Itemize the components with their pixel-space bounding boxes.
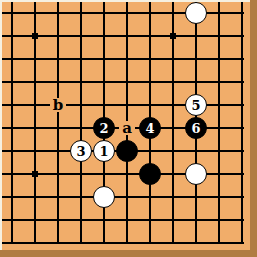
intersection bbox=[93, 48, 116, 71]
intersection bbox=[116, 186, 139, 209]
intersection bbox=[162, 71, 185, 94]
point-label-a: a bbox=[119, 121, 135, 135]
star-point bbox=[32, 33, 38, 39]
intersection bbox=[47, 48, 70, 71]
intersection bbox=[70, 209, 93, 232]
intersection bbox=[116, 163, 139, 186]
intersection bbox=[47, 25, 70, 48]
intersection: 2 bbox=[93, 117, 116, 140]
black-stone bbox=[116, 140, 138, 162]
intersection bbox=[208, 48, 231, 71]
intersection bbox=[185, 71, 208, 94]
intersection bbox=[70, 163, 93, 186]
intersection bbox=[70, 2, 93, 25]
intersection bbox=[208, 163, 231, 186]
intersection bbox=[208, 25, 231, 48]
star-point bbox=[32, 171, 38, 177]
intersection bbox=[162, 117, 185, 140]
intersection bbox=[185, 186, 208, 209]
intersection bbox=[93, 209, 116, 232]
intersection bbox=[208, 71, 231, 94]
intersection bbox=[70, 71, 93, 94]
intersection bbox=[93, 94, 116, 117]
intersection bbox=[116, 94, 139, 117]
intersection: 6 bbox=[185, 117, 208, 140]
frame-left bbox=[0, 0, 2, 257]
intersection bbox=[47, 2, 70, 25]
intersection bbox=[93, 186, 116, 209]
intersection bbox=[208, 94, 231, 117]
white-stone-move-1: 1 bbox=[93, 140, 115, 162]
intersection bbox=[24, 48, 47, 71]
intersection bbox=[162, 48, 185, 71]
frame-top bbox=[0, 0, 257, 2]
intersection bbox=[47, 140, 70, 163]
intersection: 3 bbox=[70, 140, 93, 163]
intersection bbox=[116, 25, 139, 48]
intersection bbox=[1, 140, 24, 163]
intersection bbox=[93, 163, 116, 186]
frame-bottom bbox=[0, 250, 257, 257]
intersection bbox=[24, 117, 47, 140]
intersection bbox=[162, 25, 185, 48]
black-stone-move-4: 4 bbox=[139, 117, 161, 139]
intersection bbox=[47, 209, 70, 232]
intersection bbox=[70, 94, 93, 117]
intersection bbox=[162, 186, 185, 209]
intersection bbox=[139, 209, 162, 232]
intersection bbox=[70, 48, 93, 71]
intersection bbox=[24, 186, 47, 209]
intersection: b bbox=[47, 94, 70, 117]
intersection bbox=[116, 48, 139, 71]
intersection bbox=[24, 25, 47, 48]
intersection bbox=[47, 163, 70, 186]
intersection bbox=[116, 140, 139, 163]
white-stone bbox=[185, 2, 207, 24]
intersection bbox=[185, 48, 208, 71]
intersection bbox=[162, 2, 185, 25]
intersection bbox=[116, 71, 139, 94]
intersection bbox=[208, 209, 231, 232]
white-stone-move-5: 5 bbox=[185, 94, 207, 116]
intersection bbox=[24, 209, 47, 232]
intersection bbox=[70, 117, 93, 140]
intersection bbox=[139, 186, 162, 209]
intersection bbox=[208, 2, 231, 25]
intersection bbox=[139, 25, 162, 48]
intersection bbox=[70, 186, 93, 209]
intersection bbox=[93, 71, 116, 94]
intersection bbox=[116, 2, 139, 25]
white-stone bbox=[93, 186, 115, 208]
intersection bbox=[185, 25, 208, 48]
intersection bbox=[1, 71, 24, 94]
intersection bbox=[208, 117, 231, 140]
intersection bbox=[93, 25, 116, 48]
intersection bbox=[162, 209, 185, 232]
intersection bbox=[162, 163, 185, 186]
intersection bbox=[116, 209, 139, 232]
white-stone-move-3: 3 bbox=[70, 140, 92, 162]
intersection bbox=[139, 71, 162, 94]
intersection bbox=[1, 186, 24, 209]
point-label-b: b bbox=[50, 98, 67, 112]
frame-right bbox=[250, 0, 257, 257]
intersection bbox=[162, 140, 185, 163]
intersection bbox=[208, 140, 231, 163]
intersection bbox=[139, 48, 162, 71]
intersection: 4 bbox=[139, 117, 162, 140]
intersection bbox=[1, 209, 24, 232]
intersection bbox=[139, 163, 162, 186]
intersection bbox=[1, 163, 24, 186]
intersection bbox=[208, 186, 231, 209]
intersection bbox=[1, 25, 24, 48]
intersection bbox=[185, 2, 208, 25]
intersection bbox=[47, 186, 70, 209]
intersection bbox=[139, 2, 162, 25]
intersection bbox=[185, 163, 208, 186]
black-stone bbox=[139, 163, 161, 185]
intersection bbox=[139, 140, 162, 163]
intersection bbox=[162, 94, 185, 117]
intersection bbox=[1, 48, 24, 71]
intersection bbox=[70, 25, 93, 48]
star-point bbox=[170, 33, 176, 39]
intersection bbox=[185, 140, 208, 163]
intersection bbox=[1, 94, 24, 117]
white-stone bbox=[185, 163, 207, 185]
intersection bbox=[24, 71, 47, 94]
intersection: 5 bbox=[185, 94, 208, 117]
board-grid: b52a4631 bbox=[1, 2, 254, 255]
intersection bbox=[93, 2, 116, 25]
intersection bbox=[1, 2, 24, 25]
intersection: a bbox=[116, 117, 139, 140]
intersection bbox=[1, 117, 24, 140]
intersection: 1 bbox=[93, 140, 116, 163]
intersection bbox=[24, 163, 47, 186]
intersection bbox=[185, 209, 208, 232]
black-stone-move-6: 6 bbox=[185, 117, 207, 139]
intersection bbox=[24, 94, 47, 117]
intersection bbox=[47, 71, 70, 94]
intersection bbox=[47, 117, 70, 140]
black-stone-move-2: 2 bbox=[93, 117, 115, 139]
intersection bbox=[24, 2, 47, 25]
go-diagram: b52a4631 bbox=[0, 0, 257, 257]
intersection bbox=[24, 140, 47, 163]
intersection bbox=[139, 94, 162, 117]
